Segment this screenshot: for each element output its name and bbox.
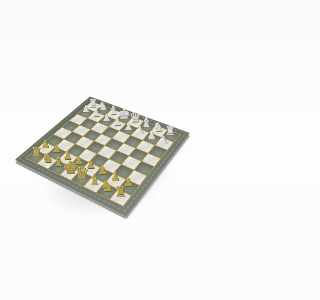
white-pawn-e2[interactable]: ♟ bbox=[113, 117, 121, 126]
photo-stage: ♜♞♝♛♚♝♞♜♟♟♟♟♟♟♟♟♟♟♟♟♟♟♟♟♜♞♝♛♚♝♞♜ bbox=[0, 0, 200, 300]
black-rook-h8[interactable]: ♜ bbox=[31, 146, 42, 158]
black-pawn-h7[interactable]: ♟ bbox=[41, 140, 50, 150]
white-pawn-d2[interactable]: ♟ bbox=[124, 122, 133, 132]
black-knight-b8[interactable]: ♞ bbox=[101, 179, 114, 193]
black-bishop-c8[interactable]: ♝ bbox=[88, 172, 101, 186]
white-pawn-b2[interactable]: ♟ bbox=[147, 130, 156, 140]
white-pawn-g2[interactable]: ♟ bbox=[92, 109, 100, 118]
white-pawn-a2[interactable]: ♟ bbox=[160, 135, 169, 145]
white-pawn-h2[interactable]: ♟ bbox=[82, 105, 90, 114]
black-rook-a8[interactable]: ♜ bbox=[114, 185, 126, 199]
white-pawn-f2[interactable]: ♟ bbox=[103, 113, 111, 122]
white-pawn-c2[interactable]: ♟ bbox=[136, 126, 145, 136]
